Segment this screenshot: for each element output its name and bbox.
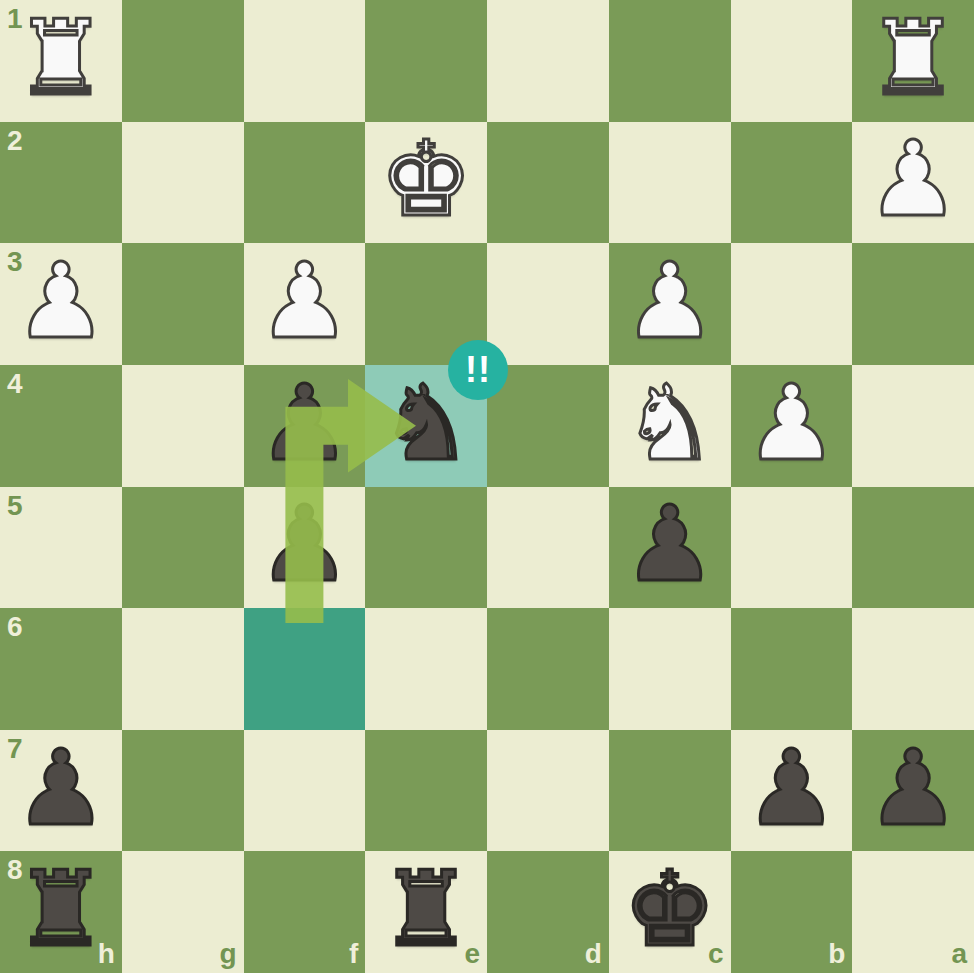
- piece-white-rook[interactable]: ♜: [14, 6, 107, 110]
- chess-board: 1♜♜2♚♟3♟♟♟4♟♞♞♟5♟♟67♟♟♟8h♜gfe♜dc♚ba: [0, 0, 974, 973]
- square-d4[interactable]: [487, 365, 609, 487]
- rank-label-4: 4: [7, 370, 23, 398]
- square-e1[interactable]: [365, 0, 487, 122]
- piece-white-pawn[interactable]: ♟: [258, 249, 351, 353]
- square-a6[interactable]: [852, 608, 974, 730]
- square-b6[interactable]: [731, 608, 853, 730]
- square-b3[interactable]: [731, 243, 853, 365]
- square-f7[interactable]: [244, 730, 366, 852]
- square-e8[interactable]: e♜: [365, 851, 487, 973]
- square-b1[interactable]: [731, 0, 853, 122]
- square-d3[interactable]: [487, 243, 609, 365]
- file-label-b: b: [828, 940, 845, 968]
- square-c7[interactable]: [609, 730, 731, 852]
- square-c6[interactable]: [609, 608, 731, 730]
- square-g2[interactable]: [122, 122, 244, 244]
- piece-white-pawn[interactable]: ♟: [623, 249, 716, 353]
- square-g7[interactable]: [122, 730, 244, 852]
- square-b5[interactable]: [731, 487, 853, 609]
- piece-black-pawn[interactable]: ♟: [258, 371, 351, 475]
- square-d6[interactable]: [487, 608, 609, 730]
- square-c3[interactable]: ♟: [609, 243, 731, 365]
- square-b4[interactable]: ♟: [731, 365, 853, 487]
- square-f2[interactable]: [244, 122, 366, 244]
- chess-board-stage: 1♜♜2♚♟3♟♟♟4♟♞♞♟5♟♟67♟♟♟8h♜gfe♜dc♚ba !!: [0, 0, 974, 973]
- square-d1[interactable]: [487, 0, 609, 122]
- square-e6[interactable]: [365, 608, 487, 730]
- square-a4[interactable]: [852, 365, 974, 487]
- square-h7[interactable]: 7♟: [0, 730, 122, 852]
- square-d5[interactable]: [487, 487, 609, 609]
- piece-black-pawn[interactable]: ♟: [745, 736, 838, 840]
- piece-black-pawn[interactable]: ♟: [623, 492, 716, 596]
- file-label-g: g: [219, 940, 236, 968]
- square-h2[interactable]: 2: [0, 122, 122, 244]
- rank-label-6: 6: [7, 613, 23, 641]
- square-d7[interactable]: [487, 730, 609, 852]
- square-f4[interactable]: ♟: [244, 365, 366, 487]
- square-b7[interactable]: ♟: [731, 730, 853, 852]
- square-h1[interactable]: 1♜: [0, 0, 122, 122]
- square-g4[interactable]: [122, 365, 244, 487]
- piece-black-pawn[interactable]: ♟: [14, 736, 107, 840]
- piece-white-rook[interactable]: ♜: [867, 6, 960, 110]
- piece-white-pawn[interactable]: ♟: [745, 371, 838, 475]
- square-e4[interactable]: ♞: [365, 365, 487, 487]
- square-f6[interactable]: [244, 608, 366, 730]
- rank-label-5: 5: [7, 492, 23, 520]
- piece-black-pawn[interactable]: ♟: [258, 492, 351, 596]
- square-e3[interactable]: [365, 243, 487, 365]
- square-h6[interactable]: 6: [0, 608, 122, 730]
- square-g3[interactable]: [122, 243, 244, 365]
- square-h4[interactable]: 4: [0, 365, 122, 487]
- square-e5[interactable]: [365, 487, 487, 609]
- square-a3[interactable]: [852, 243, 974, 365]
- piece-white-knight[interactable]: ♞: [623, 371, 716, 475]
- file-label-a: a: [951, 940, 967, 968]
- square-c2[interactable]: [609, 122, 731, 244]
- file-label-d: d: [585, 940, 602, 968]
- square-f3[interactable]: ♟: [244, 243, 366, 365]
- piece-black-knight[interactable]: ♞: [380, 371, 473, 475]
- square-c1[interactable]: [609, 0, 731, 122]
- square-a8[interactable]: a: [852, 851, 974, 973]
- square-a5[interactable]: [852, 487, 974, 609]
- square-b2[interactable]: [731, 122, 853, 244]
- square-e2[interactable]: ♚: [365, 122, 487, 244]
- square-h5[interactable]: 5: [0, 487, 122, 609]
- square-f1[interactable]: [244, 0, 366, 122]
- square-c5[interactable]: ♟: [609, 487, 731, 609]
- piece-white-pawn[interactable]: ♟: [867, 127, 960, 231]
- square-h3[interactable]: 3♟: [0, 243, 122, 365]
- square-c8[interactable]: c♚: [609, 851, 731, 973]
- piece-black-pawn[interactable]: ♟: [867, 736, 960, 840]
- square-c4[interactable]: ♞: [609, 365, 731, 487]
- square-a1[interactable]: ♜: [852, 0, 974, 122]
- square-f8[interactable]: f: [244, 851, 366, 973]
- square-g8[interactable]: g: [122, 851, 244, 973]
- square-g5[interactable]: [122, 487, 244, 609]
- square-g6[interactable]: [122, 608, 244, 730]
- square-d8[interactable]: d: [487, 851, 609, 973]
- square-b8[interactable]: b: [731, 851, 853, 973]
- square-g1[interactable]: [122, 0, 244, 122]
- piece-black-rook[interactable]: ♜: [14, 857, 107, 961]
- rank-label-2: 2: [7, 127, 23, 155]
- piece-white-pawn[interactable]: ♟: [14, 249, 107, 353]
- file-label-f: f: [349, 940, 358, 968]
- square-a7[interactable]: ♟: [852, 730, 974, 852]
- piece-white-king[interactable]: ♚: [380, 127, 473, 231]
- piece-black-rook[interactable]: ♜: [380, 857, 473, 961]
- square-e7[interactable]: [365, 730, 487, 852]
- square-a2[interactable]: ♟: [852, 122, 974, 244]
- square-h8[interactable]: 8h♜: [0, 851, 122, 973]
- piece-black-king[interactable]: ♚: [623, 857, 716, 961]
- square-d2[interactable]: [487, 122, 609, 244]
- square-f5[interactable]: ♟: [244, 487, 366, 609]
